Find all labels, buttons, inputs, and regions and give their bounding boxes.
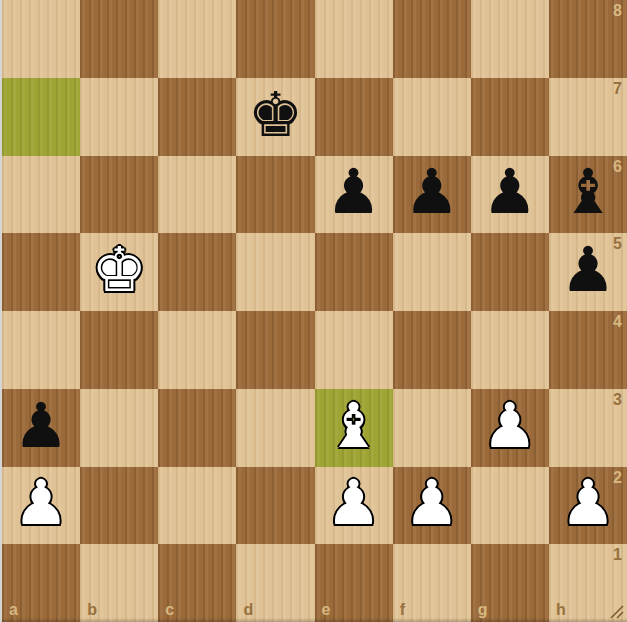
square-h2[interactable]: ♟2: [549, 467, 627, 545]
file-label-b: b: [87, 601, 97, 619]
square-g2[interactable]: [471, 467, 549, 545]
square-c6[interactable]: [158, 156, 236, 234]
square-b5[interactable]: ♚: [80, 233, 158, 311]
rank-label-4: 4: [613, 313, 622, 331]
square-g5[interactable]: [471, 233, 549, 311]
square-e4[interactable]: [315, 311, 393, 389]
square-a3[interactable]: ♟: [2, 389, 80, 467]
square-a6[interactable]: [2, 156, 80, 234]
square-b8[interactable]: [80, 0, 158, 78]
square-c1[interactable]: c: [158, 544, 236, 622]
square-f7[interactable]: [393, 78, 471, 156]
square-b3[interactable]: [80, 389, 158, 467]
square-a7[interactable]: [2, 78, 80, 156]
rank-label-7: 7: [613, 80, 622, 98]
square-e7[interactable]: [315, 78, 393, 156]
square-d4[interactable]: [236, 311, 314, 389]
square-f5[interactable]: [393, 233, 471, 311]
square-a2[interactable]: ♟: [2, 467, 80, 545]
board-resize-handle-icon[interactable]: [608, 603, 624, 619]
square-c3[interactable]: [158, 389, 236, 467]
square-e8[interactable]: [315, 0, 393, 78]
square-e2[interactable]: ♟: [315, 467, 393, 545]
square-b6[interactable]: [80, 156, 158, 234]
square-d5[interactable]: [236, 233, 314, 311]
square-e5[interactable]: [315, 233, 393, 311]
square-d2[interactable]: [236, 467, 314, 545]
square-a5[interactable]: [2, 233, 80, 311]
square-g7[interactable]: [471, 78, 549, 156]
square-d3[interactable]: [236, 389, 314, 467]
square-a1[interactable]: a: [2, 544, 80, 622]
file-label-h: h: [556, 601, 566, 619]
square-g8[interactable]: [471, 0, 549, 78]
square-h5[interactable]: ♟5: [549, 233, 627, 311]
piece-black-pawn[interactable]: ♟: [13, 395, 69, 457]
square-f4[interactable]: [393, 311, 471, 389]
square-c2[interactable]: [158, 467, 236, 545]
piece-black-bishop[interactable]: ♝: [560, 161, 616, 223]
square-a8[interactable]: [2, 0, 80, 78]
piece-white-pawn[interactable]: ♟: [326, 472, 382, 534]
piece-white-pawn[interactable]: ♟: [560, 472, 616, 534]
file-label-g: g: [478, 601, 488, 619]
square-d8[interactable]: [236, 0, 314, 78]
square-h4[interactable]: 4: [549, 311, 627, 389]
square-g6[interactable]: ♟: [471, 156, 549, 234]
square-f8[interactable]: [393, 0, 471, 78]
square-d7[interactable]: ♚: [236, 78, 314, 156]
square-f1[interactable]: f: [393, 544, 471, 622]
square-b7[interactable]: [80, 78, 158, 156]
rank-label-8: 8: [613, 2, 622, 20]
square-h7[interactable]: 7: [549, 78, 627, 156]
square-a4[interactable]: [2, 311, 80, 389]
piece-white-pawn[interactable]: ♟: [482, 395, 538, 457]
piece-white-king[interactable]: ♚: [91, 239, 147, 301]
square-g4[interactable]: [471, 311, 549, 389]
square-f3[interactable]: [393, 389, 471, 467]
square-e1[interactable]: e: [315, 544, 393, 622]
piece-white-pawn[interactable]: ♟: [404, 472, 460, 534]
file-label-f: f: [400, 601, 405, 619]
piece-white-pawn[interactable]: ♟: [13, 472, 69, 534]
square-h3[interactable]: 3: [549, 389, 627, 467]
page-background: 8♚7♟♟♟♝6♚♟54♟♝♟3♟♟♟♟2abcdefg1h: [0, 0, 627, 622]
piece-black-king[interactable]: ♚: [248, 84, 304, 146]
square-c7[interactable]: [158, 78, 236, 156]
square-b4[interactable]: [80, 311, 158, 389]
piece-black-pawn[interactable]: ♟: [404, 161, 460, 223]
square-d6[interactable]: [236, 156, 314, 234]
square-f2[interactable]: ♟: [393, 467, 471, 545]
piece-black-pawn[interactable]: ♟: [560, 239, 616, 301]
square-c4[interactable]: [158, 311, 236, 389]
piece-black-pawn[interactable]: ♟: [326, 161, 382, 223]
file-label-c: c: [165, 601, 174, 619]
piece-white-bishop[interactable]: ♝: [326, 395, 382, 457]
square-b1[interactable]: b: [80, 544, 158, 622]
square-g3[interactable]: ♟: [471, 389, 549, 467]
file-label-a: a: [9, 601, 18, 619]
chess-board[interactable]: 8♚7♟♟♟♝6♚♟54♟♝♟3♟♟♟♟2abcdefg1h: [2, 0, 627, 622]
square-f6[interactable]: ♟: [393, 156, 471, 234]
square-d1[interactable]: d: [236, 544, 314, 622]
rank-label-3: 3: [613, 391, 622, 409]
square-e6[interactable]: ♟: [315, 156, 393, 234]
square-c8[interactable]: [158, 0, 236, 78]
square-g1[interactable]: g: [471, 544, 549, 622]
file-label-e: e: [322, 601, 331, 619]
square-h6[interactable]: ♝6: [549, 156, 627, 234]
piece-black-pawn[interactable]: ♟: [482, 161, 538, 223]
square-h8[interactable]: 8: [549, 0, 627, 78]
square-c5[interactable]: [158, 233, 236, 311]
square-e3[interactable]: ♝: [315, 389, 393, 467]
file-label-d: d: [243, 601, 253, 619]
square-b2[interactable]: [80, 467, 158, 545]
rank-label-1: 1: [613, 546, 622, 564]
